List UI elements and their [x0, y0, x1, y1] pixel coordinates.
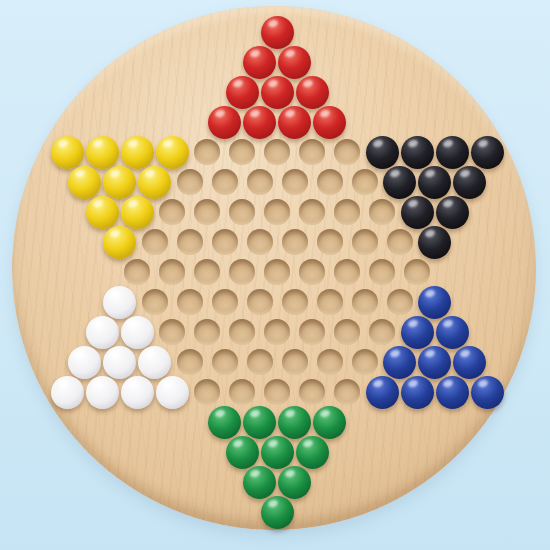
black-marble[interactable] [418, 166, 451, 199]
green-marble[interactable] [243, 406, 276, 439]
board-hole[interactable] [264, 259, 290, 285]
board-cell [268, 17, 286, 47]
board-cell [461, 347, 479, 377]
board-cell [233, 377, 251, 407]
board-cell [93, 197, 111, 227]
red-marble[interactable] [278, 46, 311, 79]
green-marble[interactable] [261, 496, 294, 529]
red-marble[interactable] [261, 76, 294, 109]
board-cell [391, 167, 409, 197]
yellow-marble[interactable] [103, 166, 136, 199]
board-cell [128, 257, 146, 287]
board-hole[interactable] [194, 379, 220, 405]
board-cell [321, 287, 339, 317]
board-cell [163, 257, 181, 287]
board-hole[interactable] [352, 349, 378, 375]
board-cell [268, 317, 286, 347]
board-hole[interactable] [177, 289, 203, 315]
board-cell [373, 197, 391, 227]
board-cell [251, 407, 269, 437]
black-marble[interactable] [401, 136, 434, 169]
board-hole[interactable] [334, 379, 360, 405]
board-hole[interactable] [369, 259, 395, 285]
board-cell [268, 497, 286, 527]
black-marble[interactable] [436, 196, 469, 229]
board-hole[interactable] [247, 349, 273, 375]
board-cell [163, 197, 181, 227]
board-hole[interactable] [282, 169, 308, 195]
green-marble[interactable] [313, 406, 346, 439]
board-hole[interactable] [317, 289, 343, 315]
yellow-marble[interactable] [156, 136, 189, 169]
board-cell [373, 377, 391, 407]
red-marble[interactable] [278, 106, 311, 139]
blue-marble[interactable] [436, 316, 469, 349]
board-hole[interactable] [264, 139, 290, 165]
white-marble[interactable] [138, 346, 171, 379]
board-hole[interactable] [299, 319, 325, 345]
blue-marble[interactable] [436, 376, 469, 409]
board-cell [111, 287, 129, 317]
board-hole[interactable] [194, 259, 220, 285]
board-cell [76, 167, 94, 197]
red-marble[interactable] [313, 106, 346, 139]
board-cell [163, 317, 181, 347]
board-cell [321, 107, 339, 137]
board-cell [443, 377, 461, 407]
white-marble[interactable] [103, 286, 136, 319]
board-cell [251, 47, 269, 77]
board-cell [216, 407, 234, 437]
board-cell [321, 227, 339, 257]
board-hole[interactable] [264, 379, 290, 405]
board-hole[interactable] [142, 289, 168, 315]
board-hole[interactable] [229, 319, 255, 345]
board-cell [303, 137, 321, 167]
red-marble[interactable] [243, 46, 276, 79]
blue-marble[interactable] [401, 316, 434, 349]
board-cell [303, 437, 321, 467]
board-cell [408, 197, 426, 227]
board-hole[interactable] [247, 289, 273, 315]
board-cell [461, 167, 479, 197]
board-cell [251, 227, 269, 257]
board-cell [198, 377, 216, 407]
board-cell [58, 137, 76, 167]
board-cell [338, 137, 356, 167]
yellow-marble[interactable] [86, 136, 119, 169]
board-hole[interactable] [194, 319, 220, 345]
board-cell [268, 197, 286, 227]
board-cell [251, 347, 269, 377]
red-marble[interactable] [226, 76, 259, 109]
board-hole[interactable] [177, 169, 203, 195]
board-cell [321, 167, 339, 197]
board-cell [181, 347, 199, 377]
board-hole[interactable] [317, 169, 343, 195]
board-cell [303, 377, 321, 407]
board-hole[interactable] [194, 139, 220, 165]
green-marble[interactable] [243, 466, 276, 499]
board-cell [216, 107, 234, 137]
board-hole[interactable] [229, 379, 255, 405]
board-cell [198, 317, 216, 347]
board-cell [128, 377, 146, 407]
board-cell [443, 197, 461, 227]
board-cell [338, 197, 356, 227]
board-cell [426, 287, 444, 317]
black-marble[interactable] [453, 166, 486, 199]
board-cell [58, 377, 76, 407]
white-marble[interactable] [68, 346, 101, 379]
board-cell [478, 137, 496, 167]
yellow-marble[interactable] [86, 196, 119, 229]
board-cell [233, 317, 251, 347]
board-hole[interactable] [159, 319, 185, 345]
board-cell [478, 377, 496, 407]
board-cell [321, 407, 339, 437]
blue-marble[interactable] [383, 346, 416, 379]
board-cell [408, 377, 426, 407]
board-cell [286, 467, 304, 497]
board-cell [321, 347, 339, 377]
board-hole[interactable] [177, 349, 203, 375]
board-hole[interactable] [299, 199, 325, 225]
board-cell [93, 377, 111, 407]
board-hole[interactable] [317, 349, 343, 375]
yellow-marble[interactable] [121, 136, 154, 169]
board-cell [443, 317, 461, 347]
green-marble[interactable] [208, 406, 241, 439]
board-cell [198, 257, 216, 287]
board-hole[interactable] [212, 349, 238, 375]
board-cell [181, 167, 199, 197]
board-hole[interactable] [247, 229, 273, 255]
board-cell [373, 317, 391, 347]
board-cell [286, 287, 304, 317]
green-marble[interactable] [226, 436, 259, 469]
board-cell [373, 137, 391, 167]
white-marble[interactable] [121, 316, 154, 349]
board-cell [408, 317, 426, 347]
board-cell [111, 347, 129, 377]
page-background [0, 0, 550, 550]
board-cell [338, 257, 356, 287]
board-cell [268, 437, 286, 467]
board-hole[interactable] [334, 199, 360, 225]
board-hole[interactable] [299, 259, 325, 285]
board-hole[interactable] [282, 349, 308, 375]
board-cell [111, 167, 129, 197]
blue-marble[interactable] [401, 376, 434, 409]
board-hole[interactable] [352, 289, 378, 315]
blue-marble[interactable] [418, 286, 451, 319]
board-cell [268, 137, 286, 167]
board-cell [198, 137, 216, 167]
board-cell [426, 347, 444, 377]
board-hole[interactable] [282, 289, 308, 315]
star-hole-grid [58, 17, 496, 527]
board-cell [233, 437, 251, 467]
board-cell [268, 77, 286, 107]
board-cell [216, 167, 234, 197]
board-cell [408, 137, 426, 167]
board-hole[interactable] [334, 259, 360, 285]
board-hole[interactable] [352, 229, 378, 255]
board-cell [443, 137, 461, 167]
board-cell [356, 287, 374, 317]
board-cell [286, 347, 304, 377]
black-marble[interactable] [471, 136, 504, 169]
board-cell [146, 287, 164, 317]
board-hole[interactable] [299, 139, 325, 165]
board-hole[interactable] [264, 199, 290, 225]
board-hole[interactable] [387, 229, 413, 255]
board-cell [286, 107, 304, 137]
board-hole[interactable] [159, 199, 185, 225]
board-hole[interactable] [299, 379, 325, 405]
board-cell [181, 287, 199, 317]
board-cell [303, 317, 321, 347]
board-cell [163, 137, 181, 167]
board-cell [128, 137, 146, 167]
board-cell [391, 347, 409, 377]
board-cell [146, 227, 164, 257]
board-cell [338, 317, 356, 347]
red-marble[interactable] [243, 106, 276, 139]
board-cell [356, 167, 374, 197]
white-marble[interactable] [156, 376, 189, 409]
board-hole[interactable] [334, 139, 360, 165]
red-marble[interactable] [208, 106, 241, 139]
board-cell [426, 167, 444, 197]
board-cell [286, 227, 304, 257]
white-marble[interactable] [51, 376, 84, 409]
board-cell [391, 227, 409, 257]
blue-marble[interactable] [366, 376, 399, 409]
board-cell [391, 287, 409, 317]
board-hole[interactable] [387, 289, 413, 315]
board-cell [268, 257, 286, 287]
board-cell [146, 167, 164, 197]
yellow-marble[interactable] [103, 226, 136, 259]
board-cell [303, 77, 321, 107]
red-marble[interactable] [296, 76, 329, 109]
board-cell [233, 197, 251, 227]
board-cell [216, 347, 234, 377]
black-marble[interactable] [366, 136, 399, 169]
board-hole[interactable] [194, 199, 220, 225]
board-hole[interactable] [334, 319, 360, 345]
black-marble[interactable] [383, 166, 416, 199]
board-cell [286, 167, 304, 197]
board-cell [426, 227, 444, 257]
board-cell [251, 167, 269, 197]
board-cell [408, 257, 426, 287]
yellow-marble[interactable] [51, 136, 84, 169]
board-hole[interactable] [124, 259, 150, 285]
board-cell [233, 77, 251, 107]
white-marble[interactable] [86, 316, 119, 349]
board-cell [93, 317, 111, 347]
yellow-marble[interactable] [121, 196, 154, 229]
board-cell [76, 347, 94, 377]
board-hole[interactable] [369, 199, 395, 225]
board-hole[interactable] [229, 199, 255, 225]
green-marble[interactable] [296, 436, 329, 469]
green-marble[interactable] [261, 436, 294, 469]
white-marble[interactable] [86, 376, 119, 409]
board-cell [338, 377, 356, 407]
board-cell [111, 227, 129, 257]
board-cell [233, 257, 251, 287]
board-cell [146, 347, 164, 377]
green-marble[interactable] [278, 406, 311, 439]
board-hole[interactable] [282, 229, 308, 255]
board-cell [198, 197, 216, 227]
board-cell [216, 287, 234, 317]
board-hole[interactable] [159, 259, 185, 285]
board-cell [128, 197, 146, 227]
white-marble[interactable] [103, 346, 136, 379]
board-hole[interactable] [177, 229, 203, 255]
board-cell [251, 287, 269, 317]
green-marble[interactable] [278, 466, 311, 499]
board-hole[interactable] [212, 229, 238, 255]
black-marble[interactable] [418, 226, 451, 259]
board-hole[interactable] [264, 319, 290, 345]
board-hole[interactable] [317, 229, 343, 255]
board-cell [216, 227, 234, 257]
board-cell [356, 227, 374, 257]
board-cell [128, 317, 146, 347]
board-cell [303, 197, 321, 227]
white-marble[interactable] [121, 376, 154, 409]
board-cell [251, 467, 269, 497]
board-hole[interactable] [212, 289, 238, 315]
board-cell [303, 257, 321, 287]
board-hole[interactable] [404, 259, 430, 285]
board-cell [251, 107, 269, 137]
black-marble[interactable] [436, 136, 469, 169]
board-hole[interactable] [229, 259, 255, 285]
black-marble[interactable] [401, 196, 434, 229]
blue-marble[interactable] [418, 346, 451, 379]
board-hole[interactable] [352, 169, 378, 195]
board-hole[interactable] [212, 169, 238, 195]
board-hole[interactable] [369, 319, 395, 345]
board-cell [356, 347, 374, 377]
red-marble[interactable] [261, 16, 294, 49]
board-hole[interactable] [142, 229, 168, 255]
blue-marble[interactable] [471, 376, 504, 409]
board-cell [286, 407, 304, 437]
yellow-marble[interactable] [68, 166, 101, 199]
blue-marble[interactable] [453, 346, 486, 379]
board-cell [373, 257, 391, 287]
board-cell [93, 137, 111, 167]
board-cell [163, 377, 181, 407]
board-hole[interactable] [229, 139, 255, 165]
board-cell [268, 377, 286, 407]
board-cell [286, 47, 304, 77]
board-hole[interactable] [247, 169, 273, 195]
board-cell [233, 137, 251, 167]
board-cell [181, 227, 199, 257]
yellow-marble[interactable] [138, 166, 171, 199]
